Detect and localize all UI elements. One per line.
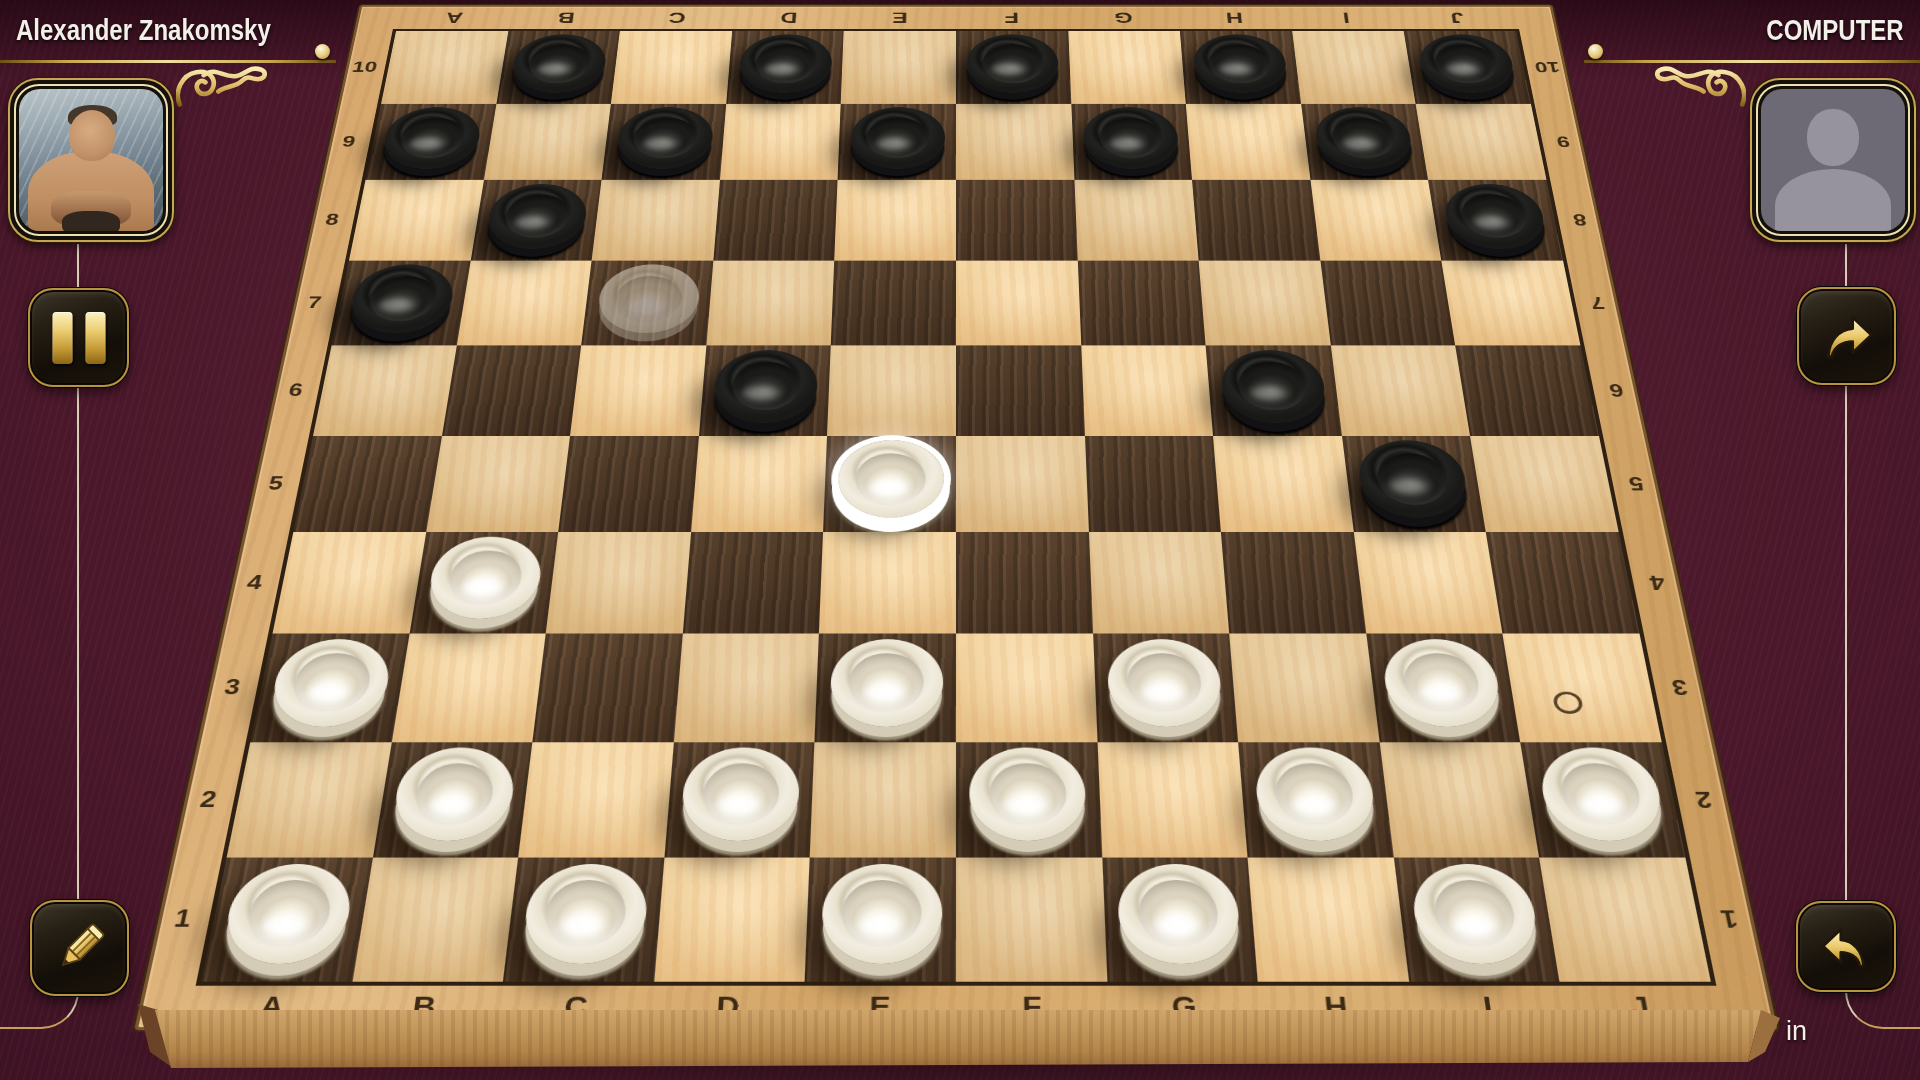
square-j3[interactable] — [1503, 634, 1662, 742]
player-name-right: COMPUTER — [1767, 13, 1904, 47]
square-c2[interactable] — [518, 742, 673, 858]
file-label-top-c: C — [620, 6, 734, 30]
white-piece-e3[interactable] — [829, 639, 943, 726]
file-label-top-e: E — [844, 6, 956, 30]
square-b6[interactable] — [442, 346, 582, 436]
square-b3[interactable] — [391, 634, 545, 742]
square-b5[interactable] — [426, 436, 570, 532]
square-c6[interactable] — [570, 346, 706, 436]
game-stage: Alexander Znakomsky COMPUTER — [0, 0, 1920, 1080]
photo-head — [69, 110, 115, 161]
square-f8[interactable] — [956, 180, 1077, 261]
square-j7[interactable] — [1442, 260, 1581, 345]
square-e4[interactable] — [819, 532, 956, 634]
file-label-top-b: B — [508, 6, 623, 30]
square-i8[interactable] — [1310, 180, 1441, 261]
square-j9[interactable] — [1416, 104, 1547, 180]
back-arrow-icon — [1816, 919, 1876, 975]
square-i7[interactable] — [1320, 260, 1455, 345]
pencil-icon — [51, 919, 109, 977]
square-d3[interactable] — [674, 634, 820, 742]
square-e8[interactable] — [835, 180, 956, 261]
square-a5[interactable] — [293, 436, 441, 532]
square-i4[interactable] — [1354, 532, 1503, 634]
silhouette-body — [1775, 169, 1890, 231]
square-i2[interactable] — [1379, 742, 1539, 858]
forward-arrow-icon — [1817, 306, 1877, 366]
square-g8[interactable] — [1074, 180, 1199, 261]
square-c8[interactable] — [592, 180, 720, 261]
square-a6[interactable] — [313, 346, 456, 436]
file-label-top-a: A — [396, 6, 512, 30]
file-label-top-j: J — [1400, 6, 1516, 30]
square-f9[interactable] — [956, 104, 1074, 180]
board-area: AABBCCDDEEFFGGHHIIJJ11223344556677889910… — [0, 0, 1920, 1080]
square-c10[interactable] — [611, 31, 732, 103]
black-piece-e9[interactable] — [850, 107, 945, 169]
square-e10[interactable] — [841, 31, 956, 103]
avatar-frame-left — [8, 78, 174, 242]
square-g10[interactable] — [1068, 31, 1186, 103]
square-g7[interactable] — [1077, 260, 1205, 345]
square-h9[interactable] — [1186, 104, 1310, 180]
pause-icon — [52, 312, 105, 364]
square-b9[interactable] — [484, 104, 611, 180]
square-c4[interactable] — [546, 532, 691, 634]
square-i6[interactable] — [1331, 346, 1471, 436]
board-3d-plane: AABBCCDDEEFFGGHHIIJJ11223344556677889910… — [201, 31, 1711, 982]
pause-button[interactable] — [28, 288, 129, 387]
square-f5[interactable] — [956, 436, 1089, 532]
square-d8[interactable] — [713, 180, 838, 261]
silhouette-head — [1807, 109, 1859, 166]
share-button[interactable] — [1797, 287, 1896, 385]
player-photo — [19, 89, 163, 231]
file-label-top-d: D — [732, 6, 845, 30]
square-g2[interactable] — [1097, 742, 1248, 858]
watermark-text: in — [1786, 1016, 1807, 1047]
edit-button[interactable] — [30, 900, 129, 996]
square-c3[interactable] — [533, 634, 683, 742]
file-label-top-g: G — [1067, 6, 1180, 30]
square-i10[interactable] — [1292, 31, 1416, 103]
avatar-frame-right — [1750, 78, 1916, 242]
square-e2[interactable] — [810, 742, 956, 858]
square-h3[interactable] — [1229, 634, 1379, 742]
square-d5[interactable] — [691, 436, 827, 532]
square-h7[interactable] — [1199, 260, 1331, 345]
square-g6[interactable] — [1081, 346, 1213, 436]
gold-knob-left — [315, 44, 330, 59]
player-name-left: Alexander Znakomsky — [16, 13, 271, 47]
square-a8[interactable] — [349, 180, 484, 261]
square-a10[interactable] — [381, 31, 508, 103]
board-edge-front-facet — [0, 940, 1920, 1080]
file-label-top-h: H — [1178, 6, 1292, 30]
square-j6[interactable] — [1456, 346, 1599, 436]
square-j5[interactable] — [1470, 436, 1618, 532]
selected-white-piece-e5[interactable] — [837, 441, 944, 518]
square-h8[interactable] — [1192, 180, 1320, 261]
square-h4[interactable] — [1221, 532, 1366, 634]
file-label-top-f: F — [956, 6, 1068, 30]
square-f4[interactable] — [956, 532, 1093, 634]
square-g5[interactable] — [1085, 436, 1221, 532]
photo-shadow — [62, 211, 120, 231]
square-g4[interactable] — [1089, 532, 1230, 634]
undo-button[interactable] — [1796, 901, 1896, 992]
computer-avatar — [1761, 89, 1905, 231]
gold-knob-right — [1588, 44, 1603, 59]
square-c5[interactable] — [558, 436, 698, 532]
square-e6[interactable] — [827, 346, 956, 436]
square-d9[interactable] — [720, 104, 841, 180]
square-f6[interactable] — [956, 346, 1085, 436]
square-h5[interactable] — [1213, 436, 1353, 532]
square-d7[interactable] — [706, 260, 834, 345]
square-j4[interactable] — [1486, 532, 1639, 634]
square-f3[interactable] — [956, 634, 1097, 742]
file-label-top-i: I — [1289, 6, 1404, 30]
square-d4[interactable] — [683, 532, 824, 634]
square-a2[interactable] — [227, 742, 392, 858]
square-e7[interactable] — [831, 260, 956, 345]
square-b7[interactable] — [456, 260, 591, 345]
board-front-edge — [0, 940, 1920, 1080]
checkers-board: AABBCCDDEEFFGGHHIIJJ11223344556677889910… — [201, 31, 1711, 982]
square-a4[interactable] — [272, 532, 425, 634]
square-f7[interactable] — [956, 260, 1081, 345]
